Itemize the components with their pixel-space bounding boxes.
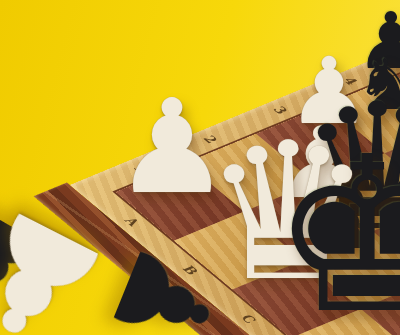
photo-canvas: 1234ABC ♟♟♞♟♛♟♝♛♚♟♟♟ [0, 0, 400, 335]
black-king-d1[interactable]: ♚ [271, 128, 400, 335]
